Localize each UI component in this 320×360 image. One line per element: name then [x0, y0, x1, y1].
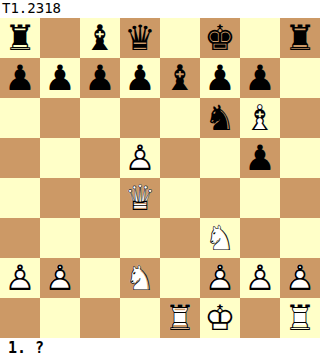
- square-h1[interactable]: ♜♖: [280, 298, 320, 338]
- square-e8[interactable]: [160, 18, 200, 58]
- square-g6[interactable]: ♝♗: [240, 98, 280, 138]
- square-f7[interactable]: ♟: [200, 58, 240, 98]
- white-rook-fill: ♜: [280, 298, 320, 338]
- square-g2[interactable]: ♟♙: [240, 258, 280, 298]
- square-c5[interactable]: [80, 138, 120, 178]
- square-c8[interactable]: ♝: [80, 18, 120, 58]
- square-e6[interactable]: [160, 98, 200, 138]
- white-rook-fill: ♜: [160, 298, 200, 338]
- piece-black-pawn: ♟: [40, 58, 80, 98]
- piece-white-rook: ♖: [280, 298, 320, 338]
- square-b5[interactable]: [40, 138, 80, 178]
- piece-white-pawn: ♙: [200, 258, 240, 298]
- square-e2[interactable]: [160, 258, 200, 298]
- piece-white-pawn: ♙: [120, 138, 160, 178]
- square-f2[interactable]: ♟♙: [200, 258, 240, 298]
- square-b7[interactable]: ♟: [40, 58, 80, 98]
- piece-white-bishop: ♗: [240, 98, 280, 138]
- white-bishop-fill: ♝: [240, 98, 280, 138]
- square-f8[interactable]: ♚: [200, 18, 240, 58]
- piece-white-pawn: ♙: [40, 258, 80, 298]
- piece-white-knight: ♘: [120, 258, 160, 298]
- square-a2[interactable]: ♟♙: [0, 258, 40, 298]
- square-a4[interactable]: [0, 178, 40, 218]
- square-c1[interactable]: [80, 298, 120, 338]
- square-d8[interactable]: ♛: [120, 18, 160, 58]
- square-d2[interactable]: ♞♘: [120, 258, 160, 298]
- square-d4[interactable]: ♛♕: [120, 178, 160, 218]
- piece-black-pawn: ♟: [240, 58, 280, 98]
- square-g1[interactable]: [240, 298, 280, 338]
- piece-black-queen: ♛: [120, 18, 160, 58]
- square-c3[interactable]: [80, 218, 120, 258]
- square-h5[interactable]: [280, 138, 320, 178]
- square-d6[interactable]: [120, 98, 160, 138]
- square-h6[interactable]: [280, 98, 320, 138]
- piece-black-knight: ♞: [200, 98, 240, 138]
- piece-black-pawn: ♟: [80, 58, 120, 98]
- white-pawn-fill: ♟: [280, 258, 320, 298]
- piece-white-king: ♔: [200, 298, 240, 338]
- square-d3[interactable]: [120, 218, 160, 258]
- square-c7[interactable]: ♟: [80, 58, 120, 98]
- square-c6[interactable]: [80, 98, 120, 138]
- white-queen-fill: ♛: [120, 178, 160, 218]
- square-b4[interactable]: [40, 178, 80, 218]
- piece-black-bishop: ♝: [160, 58, 200, 98]
- piece-black-bishop: ♝: [80, 18, 120, 58]
- square-b2[interactable]: ♟♙: [40, 258, 80, 298]
- square-h7[interactable]: [280, 58, 320, 98]
- square-g3[interactable]: [240, 218, 280, 258]
- square-g4[interactable]: [240, 178, 280, 218]
- square-b3[interactable]: [40, 218, 80, 258]
- square-d7[interactable]: ♟: [120, 58, 160, 98]
- piece-white-rook: ♖: [160, 298, 200, 338]
- square-e7[interactable]: ♝: [160, 58, 200, 98]
- square-e1[interactable]: ♜♖: [160, 298, 200, 338]
- white-knight-fill: ♞: [120, 258, 160, 298]
- square-h8[interactable]: ♜: [280, 18, 320, 58]
- square-g7[interactable]: ♟: [240, 58, 280, 98]
- square-c2[interactable]: [80, 258, 120, 298]
- piece-black-pawn: ♟: [200, 58, 240, 98]
- square-a6[interactable]: [0, 98, 40, 138]
- square-h4[interactable]: [280, 178, 320, 218]
- puzzle-title: T1.2318: [0, 0, 320, 18]
- square-a5[interactable]: [0, 138, 40, 178]
- square-f4[interactable]: [200, 178, 240, 218]
- square-e3[interactable]: [160, 218, 200, 258]
- white-pawn-fill: ♟: [200, 258, 240, 298]
- square-b6[interactable]: [40, 98, 80, 138]
- square-g8[interactable]: [240, 18, 280, 58]
- square-f3[interactable]: ♞♘: [200, 218, 240, 258]
- white-pawn-fill: ♟: [240, 258, 280, 298]
- piece-white-pawn: ♙: [280, 258, 320, 298]
- piece-white-pawn: ♙: [0, 258, 40, 298]
- piece-black-rook: ♜: [280, 18, 320, 58]
- white-knight-fill: ♞: [200, 218, 240, 258]
- square-e5[interactable]: [160, 138, 200, 178]
- piece-black-pawn: ♟: [0, 58, 40, 98]
- square-h3[interactable]: [280, 218, 320, 258]
- square-d5[interactable]: ♟♙: [120, 138, 160, 178]
- square-e4[interactable]: [160, 178, 200, 218]
- square-g5[interactable]: ♟: [240, 138, 280, 178]
- chess-board: ♜♝♛♚♜♟♟♟♟♝♟♟♞♝♗♟♙♟♛♕♞♘♟♙♟♙♞♘♟♙♟♙♟♙♜♖♚♔♜♖: [0, 18, 320, 338]
- piece-black-pawn: ♟: [240, 138, 280, 178]
- piece-white-pawn: ♙: [240, 258, 280, 298]
- piece-black-pawn: ♟: [120, 58, 160, 98]
- square-f1[interactable]: ♚♔: [200, 298, 240, 338]
- piece-white-knight: ♘: [200, 218, 240, 258]
- square-a8[interactable]: ♜: [0, 18, 40, 58]
- square-d1[interactable]: [120, 298, 160, 338]
- square-b1[interactable]: [40, 298, 80, 338]
- square-a1[interactable]: [0, 298, 40, 338]
- square-a3[interactable]: [0, 218, 40, 258]
- square-a7[interactable]: ♟: [0, 58, 40, 98]
- square-h2[interactable]: ♟♙: [280, 258, 320, 298]
- square-f6[interactable]: ♞: [200, 98, 240, 138]
- piece-black-king: ♚: [200, 18, 240, 58]
- square-b8[interactable]: [40, 18, 80, 58]
- square-c4[interactable]: [80, 178, 120, 218]
- move-prompt: 1. ?: [0, 338, 320, 360]
- white-pawn-fill: ♟: [0, 258, 40, 298]
- piece-white-queen: ♕: [120, 178, 160, 218]
- square-f5[interactable]: [200, 138, 240, 178]
- piece-black-rook: ♜: [0, 18, 40, 58]
- white-pawn-fill: ♟: [120, 138, 160, 178]
- white-pawn-fill: ♟: [40, 258, 80, 298]
- white-king-fill: ♚: [200, 298, 240, 338]
